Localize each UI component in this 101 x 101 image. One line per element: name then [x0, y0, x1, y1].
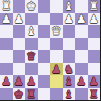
square-g1[interactable]: [13, 0, 26, 13]
white-bishop-f3[interactable]: ♝: [26, 25, 36, 38]
square-b8[interactable]: [75, 88, 88, 101]
black-knight-c6[interactable]: ♞: [64, 63, 74, 76]
square-g5[interactable]: [13, 50, 26, 63]
square-a4[interactable]: [88, 38, 101, 51]
square-g6[interactable]: [13, 63, 26, 76]
square-d3[interactable]: ♛: [50, 25, 63, 38]
square-e3[interactable]: [38, 25, 51, 38]
square-c7[interactable]: ♝: [63, 75, 76, 88]
square-c5[interactable]: [63, 50, 76, 63]
white-pawn-h2[interactable]: ♟: [1, 13, 11, 26]
square-f6[interactable]: [25, 63, 38, 76]
square-a8[interactable]: ♜: [88, 88, 101, 101]
square-h2[interactable]: ♟: [0, 13, 13, 26]
black-pawn-d6[interactable]: ♟: [51, 63, 61, 76]
square-f8[interactable]: ♜: [25, 88, 38, 101]
white-king-f1[interactable]: ♚: [26, 0, 36, 13]
square-h3[interactable]: [0, 25, 13, 38]
square-h1[interactable]: ♜: [0, 0, 13, 13]
white-rook-a1[interactable]: ♜: [89, 0, 99, 13]
square-a5[interactable]: [88, 50, 101, 63]
square-b7[interactable]: ♟: [75, 75, 88, 88]
square-a6[interactable]: [88, 63, 101, 76]
square-c1[interactable]: ♝: [63, 0, 76, 13]
square-g3[interactable]: [13, 25, 26, 38]
black-pawn-b7[interactable]: ♟: [76, 75, 86, 88]
black-queen-f5[interactable]: ♛: [26, 50, 36, 63]
white-bishop-c1[interactable]: ♝: [64, 0, 74, 13]
black-king-g8[interactable]: ♚: [14, 88, 24, 101]
square-d5[interactable]: [50, 50, 63, 63]
square-a1[interactable]: ♜: [88, 0, 101, 13]
square-b1[interactable]: [75, 0, 88, 13]
square-d4[interactable]: [50, 38, 63, 51]
white-pawn-c2[interactable]: ♟: [64, 13, 74, 26]
square-c2[interactable]: ♟: [63, 13, 76, 26]
white-queen-d3[interactable]: ♛: [51, 25, 61, 38]
square-d7[interactable]: [50, 75, 63, 88]
black-pawn-f7[interactable]: ♟: [26, 75, 36, 88]
square-a7[interactable]: ♟: [88, 75, 101, 88]
square-e5[interactable]: [38, 50, 51, 63]
black-bishop-c8[interactable]: ♝: [64, 88, 74, 101]
square-e1[interactable]: [38, 0, 51, 13]
square-e7[interactable]: [38, 75, 51, 88]
black-pawn-h7[interactable]: ♟: [1, 75, 11, 88]
square-g7[interactable]: ♟: [13, 75, 26, 88]
white-pawn-a2[interactable]: ♟: [89, 13, 99, 26]
square-a3[interactable]: [88, 25, 101, 38]
black-rook-a8[interactable]: ♜: [89, 88, 99, 101]
square-h7[interactable]: ♟: [0, 75, 13, 88]
square-g2[interactable]: ♟: [13, 13, 26, 26]
square-h8[interactable]: [0, 88, 13, 101]
square-a2[interactable]: ♟: [88, 13, 101, 26]
square-e8[interactable]: [38, 88, 51, 101]
white-pawn-b2[interactable]: ♟: [76, 13, 86, 26]
square-f1[interactable]: ♚: [25, 0, 38, 13]
black-pawn-g7[interactable]: ♟: [14, 75, 24, 88]
square-f7[interactable]: ♟: [25, 75, 38, 88]
black-bishop-c7[interactable]: ♝: [64, 75, 74, 88]
white-pawn-g2[interactable]: ♟: [14, 13, 24, 26]
square-g4[interactable]: [13, 38, 26, 51]
square-h6[interactable]: [0, 63, 13, 76]
square-b2[interactable]: ♟: [75, 13, 88, 26]
square-f4[interactable]: [25, 38, 38, 51]
square-b5[interactable]: [75, 50, 88, 63]
square-e6[interactable]: [38, 63, 51, 76]
square-f5[interactable]: ♛: [25, 50, 38, 63]
black-rook-f8[interactable]: ♜: [26, 88, 36, 101]
black-pawn-a7[interactable]: ♟: [89, 75, 99, 88]
square-d6[interactable]: ♟: [50, 63, 63, 76]
square-b3[interactable]: [75, 25, 88, 38]
square-h5[interactable]: [0, 50, 13, 63]
square-c6[interactable]: ♞: [63, 63, 76, 76]
chess-board: ♜♚♝♜♟♟♟♟♟♝♛♛♟♞♟♟♟♝♟♟♚♜♝♜: [0, 0, 100, 100]
square-h4[interactable]: [0, 38, 13, 51]
white-rook-h1[interactable]: ♜: [1, 0, 11, 13]
square-e2[interactable]: [38, 13, 51, 26]
square-f2[interactable]: [25, 13, 38, 26]
square-c4[interactable]: [63, 38, 76, 51]
square-f3[interactable]: ♝: [25, 25, 38, 38]
square-d1[interactable]: [50, 0, 63, 13]
square-b6[interactable]: [75, 63, 88, 76]
square-c8[interactable]: ♝: [63, 88, 76, 101]
square-d2[interactable]: [50, 13, 63, 26]
square-c3[interactable]: [63, 25, 76, 38]
square-d8[interactable]: [50, 88, 63, 101]
square-g8[interactable]: ♚: [13, 88, 26, 101]
square-e4[interactable]: [38, 38, 51, 51]
square-b4[interactable]: [75, 38, 88, 51]
